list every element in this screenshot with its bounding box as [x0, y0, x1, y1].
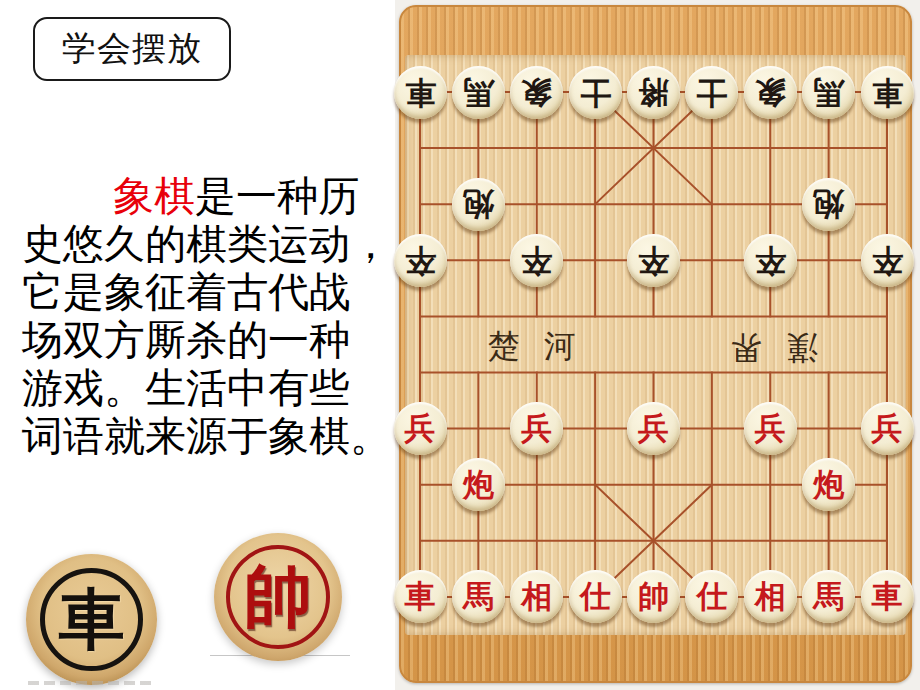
piece-glyph: 士 — [580, 77, 611, 108]
intro-line-5: 游戏。生活中有些 — [22, 364, 414, 412]
board-piece-red-r9c6[interactable]: 相 — [744, 570, 797, 623]
piece-layer: 車馬象士將士象馬車炮炮卒卒卒卒卒兵兵兵兵兵炮炮車馬相仕帥仕相馬車 — [399, 5, 912, 683]
piece-glyph: 車 — [405, 581, 436, 612]
piece-glyph: 車 — [405, 77, 436, 108]
piece-glyph: 仕 — [696, 581, 727, 612]
piece-glyph: 相 — [755, 581, 786, 612]
board-piece-black-r0c0[interactable]: 車 — [394, 66, 447, 119]
intro-line-4: 场双方厮杀的一种 — [22, 316, 414, 364]
piece-glyph: 炮 — [463, 189, 494, 220]
piece-glyph: 仕 — [580, 581, 611, 612]
piece-glyph: 兵 — [638, 413, 669, 444]
piece-glyph: 馬 — [463, 581, 494, 612]
intro-paragraph: 象棋是一种历 史悠久的棋类运动， 它是象征着古代战 场双方厮杀的一种 游戏。生活… — [22, 172, 414, 460]
piece-glyph: 馬 — [813, 581, 844, 612]
piece-glyph: 將 — [638, 77, 669, 108]
board-piece-black-r3c8[interactable]: 卒 — [861, 234, 914, 287]
board-piece-black-r0c3[interactable]: 士 — [569, 66, 622, 119]
piece-glyph: 車 — [872, 77, 903, 108]
board-piece-black-r2c1[interactable]: 炮 — [452, 178, 505, 231]
decor-red-general-piece: 帥 — [214, 533, 342, 661]
board-piece-red-r6c0[interactable]: 兵 — [394, 402, 447, 455]
piece-glyph: 兵 — [872, 413, 903, 444]
decor-black-chariot-glyph: 車 — [26, 554, 157, 685]
piece-glyph: 士 — [696, 77, 727, 108]
board-piece-black-r0c7[interactable]: 馬 — [802, 66, 855, 119]
board-piece-black-r3c6[interactable]: 卒 — [744, 234, 797, 287]
board-piece-red-r9c2[interactable]: 相 — [510, 570, 563, 623]
board-piece-red-r7c1[interactable]: 炮 — [452, 458, 505, 511]
xiangqi-board: 楚 河 漢 界 車馬象士將士象馬車炮炮卒卒卒卒卒兵兵兵兵兵炮炮車馬相仕帥仕相馬車 — [399, 5, 912, 683]
piece-glyph: 馬 — [813, 77, 844, 108]
board-piece-red-r9c8[interactable]: 車 — [861, 570, 914, 623]
piece-glyph: 馬 — [463, 77, 494, 108]
board-piece-red-r6c6[interactable]: 兵 — [744, 402, 797, 455]
board-photo-background: 楚 河 漢 界 車馬象士將士象馬車炮炮卒卒卒卒卒兵兵兵兵兵炮炮車馬相仕帥仕相馬車 — [395, 0, 920, 690]
intro-line-3: 它是象征着古代战 — [22, 268, 414, 316]
board-piece-black-r0c6[interactable]: 象 — [744, 66, 797, 119]
intro-line-1-rest: 是一种历 — [195, 173, 359, 219]
piece-glyph: 兵 — [755, 413, 786, 444]
decor-red-general-glyph: 帥 — [214, 533, 342, 661]
board-piece-black-r0c1[interactable]: 馬 — [452, 66, 505, 119]
piece-glyph: 象 — [521, 77, 552, 108]
board-piece-red-r7c7[interactable]: 炮 — [802, 458, 855, 511]
board-piece-red-r9c1[interactable]: 馬 — [452, 570, 505, 623]
board-piece-black-r2c7[interactable]: 炮 — [802, 178, 855, 231]
board-piece-red-r9c4[interactable]: 帥 — [627, 570, 680, 623]
piece-glyph: 卒 — [638, 245, 669, 276]
piece-glyph: 兵 — [521, 413, 552, 444]
piece-glyph: 兵 — [405, 413, 436, 444]
highlight-word: 象棋 — [113, 173, 195, 219]
board-piece-black-r0c2[interactable]: 象 — [510, 66, 563, 119]
watermark-strip — [28, 681, 156, 685]
board-piece-red-r9c3[interactable]: 仕 — [569, 570, 622, 623]
intro-line-6: 词语就来源于象棋。 — [22, 412, 414, 460]
board-piece-black-r3c2[interactable]: 卒 — [510, 234, 563, 287]
board-piece-black-r3c0[interactable]: 卒 — [394, 234, 447, 287]
piece-glyph: 車 — [872, 581, 903, 612]
piece-glyph: 炮 — [463, 469, 494, 500]
board-piece-red-r6c2[interactable]: 兵 — [510, 402, 563, 455]
board-piece-black-r3c4[interactable]: 卒 — [627, 234, 680, 287]
board-piece-red-r9c7[interactable]: 馬 — [802, 570, 855, 623]
piece-glyph: 炮 — [813, 189, 844, 220]
intro-line-1: 象棋是一种历 — [22, 172, 414, 220]
piece-glyph: 卒 — [755, 245, 786, 276]
intro-line-2: 史悠久的棋类运动， — [22, 220, 414, 268]
board-piece-black-r0c4[interactable]: 將 — [627, 66, 680, 119]
board-piece-red-r6c8[interactable]: 兵 — [861, 402, 914, 455]
piece-glyph: 帥 — [638, 581, 669, 612]
board-piece-black-r0c8[interactable]: 車 — [861, 66, 914, 119]
piece-glyph: 卒 — [405, 245, 436, 276]
piece-glyph: 象 — [755, 77, 786, 108]
piece-glyph: 卒 — [872, 245, 903, 276]
board-piece-red-r9c5[interactable]: 仕 — [685, 570, 738, 623]
piece-glyph: 卒 — [521, 245, 552, 276]
piece-glyph: 相 — [521, 581, 552, 612]
slide-title-box: 学会摆放 — [33, 17, 231, 81]
board-piece-red-r9c0[interactable]: 車 — [394, 570, 447, 623]
slide-title: 学会摆放 — [62, 26, 202, 72]
piece-glyph: 炮 — [813, 469, 844, 500]
decor-black-chariot-piece: 車 — [26, 554, 157, 685]
board-piece-black-r0c5[interactable]: 士 — [685, 66, 738, 119]
board-piece-red-r6c4[interactable]: 兵 — [627, 402, 680, 455]
